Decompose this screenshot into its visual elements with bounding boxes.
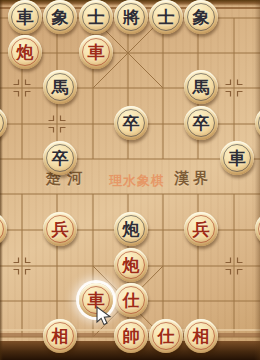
piece-red-general[interactable]: 帥 [114,319,148,353]
piece-red-cannon[interactable]: 炮 [8,35,42,69]
piece-glyph: 卒 [123,115,140,132]
piece-red-soldier[interactable]: 兵 [43,212,77,246]
piece-glyph: 兵 [193,221,210,238]
piece-glyph: 炮 [123,221,140,238]
board-left-edge [0,0,3,360]
piece-black-rook[interactable]: 車 [8,0,42,34]
piece-glyph: 卒 [193,115,210,132]
piece-black-soldier[interactable]: 卒 [184,106,218,140]
piece-red-elephant[interactable]: 相 [43,319,77,353]
piece-black-advisor[interactable]: 士 [149,0,183,34]
piece-black-cannon[interactable]: 炮 [114,212,148,246]
board-right-edge [254,0,260,360]
piece-glyph: 車 [17,9,34,26]
piece-black-advisor[interactable]: 士 [79,0,113,34]
piece-glyph: 卒 [52,150,69,167]
piece-black-elephant[interactable]: 象 [43,0,77,34]
piece-glyph: 相 [52,328,69,345]
piece-red-elephant[interactable]: 相 [184,319,218,353]
piece-red-soldier[interactable]: 兵 [184,212,218,246]
piece-glyph: 象 [193,9,210,26]
mouse-cursor [96,306,116,330]
piece-glyph: 炮 [123,257,140,274]
piece-red-advisor[interactable]: 仕 [149,319,183,353]
piece-red-advisor[interactable]: 仕 [114,283,148,317]
piece-glyph: 仕 [158,328,175,345]
piece-glyph: 仕 [123,292,140,309]
piece-glyph: 車 [229,150,246,167]
piece-glyph: 象 [52,9,69,26]
piece-black-horse[interactable]: 馬 [184,70,218,104]
piece-glyph: 兵 [52,221,69,238]
piece-black-soldier[interactable]: 卒 [43,141,77,175]
piece-glyph: 馬 [52,79,69,96]
piece-glyph: 馬 [193,79,210,96]
piece-glyph: 炮 [17,44,34,61]
piece-glyph: 士 [158,9,175,26]
piece-glyph: 將 [123,9,140,26]
piece-red-cannon[interactable]: 炮 [114,248,148,282]
piece-black-horse[interactable]: 馬 [43,70,77,104]
piece-black-soldier[interactable]: 卒 [114,106,148,140]
piece-glyph: 相 [193,328,210,345]
river-label-right: 漢界 [174,169,212,188]
xiangqi-board: 楚河 理水象棋 漢界 車象士將士象炮車馬馬卒卒卒卒卒車兵兵炮兵兵炮車仕相帥仕相 [0,0,260,360]
piece-black-rook[interactable]: 車 [220,141,254,175]
piece-glyph: 車 [88,44,105,61]
river-watermark: 理水象棋 [109,172,165,190]
piece-black-general[interactable]: 將 [114,0,148,34]
piece-red-rook[interactable]: 車 [79,35,113,69]
piece-glyph: 帥 [123,328,140,345]
piece-black-elephant[interactable]: 象 [184,0,218,34]
piece-glyph: 士 [88,9,105,26]
